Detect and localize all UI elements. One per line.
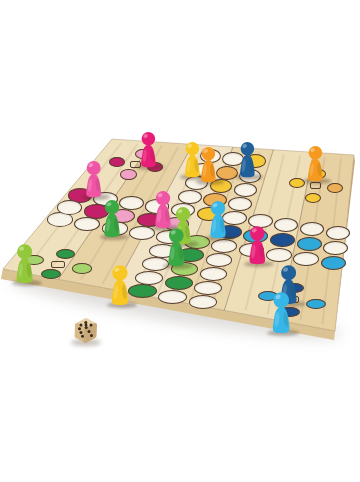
die-pip [88, 330, 91, 333]
pawn-head [18, 244, 33, 259]
pawn-cyan-b[interactable] [267, 290, 296, 336]
pawn-head [240, 142, 254, 156]
track-circle [135, 271, 163, 285]
track-circle [234, 183, 257, 197]
home-base-circle-pink [109, 157, 125, 167]
pawn-magenta-a[interactable] [136, 130, 161, 170]
home-run-circle [270, 233, 295, 247]
home-base-circle-green [72, 263, 92, 273]
pawn-head [211, 201, 225, 215]
pawn-green-b[interactable] [163, 226, 190, 269]
track-circle [211, 239, 237, 253]
pawn-cyan-a[interactable] [205, 199, 231, 241]
home-base-circle-pink [120, 169, 136, 179]
track-circle [228, 197, 252, 211]
home-base-circle-yellow [305, 193, 321, 203]
pawn-head [156, 191, 170, 205]
pawn-lightgreen-b[interactable] [11, 242, 38, 286]
die-pip [90, 324, 93, 327]
pawn-orange-a[interactable] [196, 145, 221, 185]
home-base-circle-blue [306, 299, 326, 309]
home-run-circle [297, 237, 322, 251]
track-circle [206, 253, 233, 267]
pawn-orange-b[interactable] [303, 144, 328, 184]
pawn-head [273, 292, 289, 308]
track-circle [158, 290, 187, 304]
pawn-head [112, 265, 127, 280]
pawn-head [176, 207, 190, 221]
die-pip [80, 331, 83, 334]
die-pip [81, 335, 84, 338]
die-pip [85, 326, 88, 329]
home-base-circle-yellow [327, 183, 343, 193]
home-run-circle [165, 276, 193, 290]
pawn-magenta-b[interactable] [244, 224, 271, 267]
pawn-head [282, 265, 297, 280]
pawn-head [250, 226, 265, 241]
die-pip [90, 334, 93, 337]
pawn-pink-a[interactable] [81, 159, 106, 200]
home-center-square-green [51, 261, 65, 268]
track-circle [200, 267, 227, 281]
pawn-head [105, 200, 119, 214]
pawn-head [308, 146, 322, 160]
track-circle [178, 190, 202, 204]
die-pip [84, 321, 87, 324]
track-circle [57, 200, 82, 215]
pawn-green-a[interactable] [99, 198, 125, 240]
track-circle [326, 226, 350, 240]
pawn-head [169, 228, 184, 243]
ludo-photo-stage [0, 0, 360, 482]
pawn-head [201, 147, 215, 161]
die-pip [78, 327, 81, 330]
die-pip [85, 324, 88, 327]
wooden-die[interactable] [70, 315, 100, 345]
pawn-navy-a[interactable] [235, 140, 260, 180]
pawn-head [141, 132, 155, 146]
pawn-head [87, 161, 101, 175]
die-pip [80, 324, 83, 327]
pawn-yellow-b[interactable] [106, 263, 134, 308]
